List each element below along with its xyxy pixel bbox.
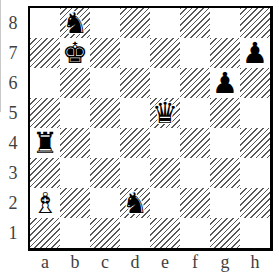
square-a3[interactable] — [30, 158, 60, 188]
square-f6[interactable] — [180, 68, 210, 98]
piece-black-king: ♚ — [62, 38, 88, 68]
square-e4[interactable] — [150, 128, 180, 158]
file-label-g: g — [210, 250, 240, 274]
square-b4[interactable] — [60, 128, 90, 158]
square-f1[interactable] — [180, 218, 210, 248]
file-label-b: b — [60, 250, 90, 274]
piece-black-rook: ♜ — [32, 128, 58, 158]
square-b3[interactable] — [60, 158, 90, 188]
square-c7[interactable] — [90, 38, 120, 68]
square-f2[interactable] — [180, 188, 210, 218]
square-g1[interactable] — [210, 218, 240, 248]
square-c6[interactable] — [90, 68, 120, 98]
rank-label-3: 3 — [0, 158, 26, 188]
square-e7[interactable] — [150, 38, 180, 68]
square-b1[interactable] — [60, 218, 90, 248]
square-d5[interactable] — [120, 98, 150, 128]
rank-label-8: 8 — [0, 8, 26, 38]
piece-black-knight: ♞ — [122, 188, 148, 218]
square-c5[interactable] — [90, 98, 120, 128]
rank-labels: 87654321 — [0, 8, 26, 248]
square-h6[interactable] — [240, 68, 270, 98]
rank-label-1: 1 — [0, 218, 26, 248]
piece-black-knight: ♞ — [62, 8, 88, 38]
square-b6[interactable] — [60, 68, 90, 98]
square-f3[interactable] — [180, 158, 210, 188]
square-h1[interactable] — [240, 218, 270, 248]
square-g8[interactable] — [210, 8, 240, 38]
square-c4[interactable] — [90, 128, 120, 158]
square-d6[interactable] — [120, 68, 150, 98]
square-f7[interactable] — [180, 38, 210, 68]
square-b7[interactable]: ♚ — [60, 38, 90, 68]
rank-label-2: 2 — [0, 188, 26, 218]
file-label-e: e — [150, 250, 180, 274]
square-h3[interactable] — [240, 158, 270, 188]
square-h8[interactable] — [240, 8, 270, 38]
square-c2[interactable] — [90, 188, 120, 218]
file-label-d: d — [120, 250, 150, 274]
square-e3[interactable] — [150, 158, 180, 188]
square-g4[interactable] — [210, 128, 240, 158]
square-g3[interactable] — [210, 158, 240, 188]
square-f4[interactable] — [180, 128, 210, 158]
square-a4[interactable]: ♜ — [30, 128, 60, 158]
square-b8[interactable]: ♞ — [60, 8, 90, 38]
square-d3[interactable] — [120, 158, 150, 188]
square-c1[interactable] — [90, 218, 120, 248]
chess-diagram: 87654321 ♞♚♟♟♛♜♗♞ abcdefgh — [0, 0, 279, 279]
file-label-c: c — [90, 250, 120, 274]
square-c3[interactable] — [90, 158, 120, 188]
rank-label-5: 5 — [0, 98, 26, 128]
file-label-h: h — [240, 250, 270, 274]
square-a6[interactable] — [30, 68, 60, 98]
square-a8[interactable] — [30, 8, 60, 38]
square-h5[interactable] — [240, 98, 270, 128]
square-g7[interactable] — [210, 38, 240, 68]
square-e8[interactable] — [150, 8, 180, 38]
square-g5[interactable] — [210, 98, 240, 128]
square-f5[interactable] — [180, 98, 210, 128]
square-h2[interactable] — [240, 188, 270, 218]
piece-white-bishop: ♗ — [32, 188, 58, 218]
chess-board: ♞♚♟♟♛♜♗♞ — [28, 6, 273, 251]
square-h7[interactable]: ♟ — [240, 38, 270, 68]
piece-black-pawn: ♟ — [212, 68, 238, 98]
square-b5[interactable] — [60, 98, 90, 128]
square-g6[interactable]: ♟ — [210, 68, 240, 98]
square-e5[interactable]: ♛ — [150, 98, 180, 128]
square-d7[interactable] — [120, 38, 150, 68]
square-d4[interactable] — [120, 128, 150, 158]
square-d1[interactable] — [120, 218, 150, 248]
rank-label-6: 6 — [0, 68, 26, 98]
square-a2[interactable]: ♗ — [30, 188, 60, 218]
square-g2[interactable] — [210, 188, 240, 218]
piece-black-pawn: ♟ — [242, 38, 268, 68]
square-a7[interactable] — [30, 38, 60, 68]
square-d8[interactable] — [120, 8, 150, 38]
square-b2[interactable] — [60, 188, 90, 218]
rank-label-7: 7 — [0, 38, 26, 68]
file-label-f: f — [180, 250, 210, 274]
square-a1[interactable] — [30, 218, 60, 248]
square-c8[interactable] — [90, 8, 120, 38]
piece-black-queen: ♛ — [152, 98, 178, 128]
square-f8[interactable] — [180, 8, 210, 38]
file-labels: abcdefgh — [30, 250, 270, 274]
square-d2[interactable]: ♞ — [120, 188, 150, 218]
square-e2[interactable] — [150, 188, 180, 218]
square-e1[interactable] — [150, 218, 180, 248]
square-a5[interactable] — [30, 98, 60, 128]
file-label-a: a — [30, 250, 60, 274]
square-h4[interactable] — [240, 128, 270, 158]
rank-label-4: 4 — [0, 128, 26, 158]
square-e6[interactable] — [150, 68, 180, 98]
